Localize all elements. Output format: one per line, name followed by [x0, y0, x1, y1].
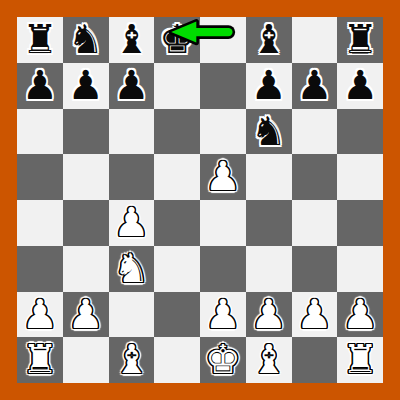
white-pawn: ♟: [68, 292, 104, 338]
square-h3[interactable]: [337, 246, 383, 292]
white-pawn: ♟: [205, 292, 241, 338]
white-pawn: ♟: [22, 292, 58, 338]
square-d6[interactable]: [154, 109, 200, 155]
square-c4[interactable]: ♟: [109, 200, 155, 246]
square-d1[interactable]: [154, 337, 200, 383]
square-b1[interactable]: [63, 337, 109, 383]
square-e2[interactable]: ♟: [200, 292, 246, 338]
white-rook: ♜: [342, 337, 378, 383]
square-g7[interactable]: ♟: [292, 63, 338, 109]
square-e5[interactable]: ♟: [200, 154, 246, 200]
square-a2[interactable]: ♟: [17, 292, 63, 338]
white-pawn: ♟: [342, 292, 378, 338]
square-f7[interactable]: ♟: [246, 63, 292, 109]
square-h1[interactable]: ♜: [337, 337, 383, 383]
square-c7[interactable]: ♟: [109, 63, 155, 109]
square-a5[interactable]: [17, 154, 63, 200]
square-f2[interactable]: ♟: [246, 292, 292, 338]
square-g3[interactable]: [292, 246, 338, 292]
white-pawn: ♟: [205, 154, 241, 200]
black-pawn: ♟: [251, 63, 287, 109]
square-d8[interactable]: ♚: [154, 17, 200, 63]
black-knight: ♞: [68, 17, 104, 63]
square-h7[interactable]: ♟: [337, 63, 383, 109]
square-f4[interactable]: [246, 200, 292, 246]
white-pawn: ♟: [251, 292, 287, 338]
black-pawn: ♟: [113, 63, 149, 109]
black-pawn: ♟: [296, 63, 332, 109]
square-d5[interactable]: [154, 154, 200, 200]
square-c3[interactable]: ♞: [109, 246, 155, 292]
square-g6[interactable]: [292, 109, 338, 155]
square-b3[interactable]: [63, 246, 109, 292]
square-d7[interactable]: [154, 63, 200, 109]
square-a1[interactable]: ♜: [17, 337, 63, 383]
square-c8[interactable]: ♝: [109, 17, 155, 63]
black-bishop: ♝: [251, 17, 287, 63]
square-b6[interactable]: [63, 109, 109, 155]
square-d3[interactable]: [154, 246, 200, 292]
square-a6[interactable]: [17, 109, 63, 155]
square-b5[interactable]: [63, 154, 109, 200]
square-g1[interactable]: [292, 337, 338, 383]
square-g5[interactable]: [292, 154, 338, 200]
square-b4[interactable]: [63, 200, 109, 246]
white-pawn: ♟: [296, 292, 332, 338]
square-h2[interactable]: ♟: [337, 292, 383, 338]
black-rook: ♜: [342, 17, 378, 63]
black-pawn: ♟: [22, 63, 58, 109]
square-c1[interactable]: ♝: [109, 337, 155, 383]
square-a8[interactable]: ♜: [17, 17, 63, 63]
square-a7[interactable]: ♟: [17, 63, 63, 109]
square-f1[interactable]: ♝: [246, 337, 292, 383]
square-e7[interactable]: [200, 63, 246, 109]
white-king: ♚: [205, 337, 241, 383]
square-g4[interactable]: [292, 200, 338, 246]
black-knight: ♞: [251, 109, 287, 155]
black-bishop: ♝: [113, 17, 149, 63]
square-d4[interactable]: [154, 200, 200, 246]
square-b7[interactable]: ♟: [63, 63, 109, 109]
square-g8[interactable]: [292, 17, 338, 63]
square-c6[interactable]: [109, 109, 155, 155]
square-e1[interactable]: ♚: [200, 337, 246, 383]
black-pawn: ♟: [68, 63, 104, 109]
chess-board: ♜♞♝♚♝♜♟♟♟♟♟♟♞♟♟♞♟♟♟♟♟♟♜♝♚♝♜: [17, 17, 383, 383]
square-b2[interactable]: ♟: [63, 292, 109, 338]
square-h8[interactable]: ♜: [337, 17, 383, 63]
white-bishop: ♝: [251, 337, 287, 383]
square-a4[interactable]: [17, 200, 63, 246]
black-pawn: ♟: [342, 63, 378, 109]
white-pawn: ♟: [113, 200, 149, 246]
black-king: ♚: [159, 17, 195, 63]
square-e3[interactable]: [200, 246, 246, 292]
square-e4[interactable]: [200, 200, 246, 246]
white-bishop: ♝: [113, 337, 149, 383]
square-c2[interactable]: [109, 292, 155, 338]
square-d2[interactable]: [154, 292, 200, 338]
white-knight: ♞: [113, 246, 149, 292]
square-h6[interactable]: [337, 109, 383, 155]
square-f3[interactable]: [246, 246, 292, 292]
square-f5[interactable]: [246, 154, 292, 200]
square-b8[interactable]: ♞: [63, 17, 109, 63]
square-g2[interactable]: ♟: [292, 292, 338, 338]
square-e8[interactable]: [200, 17, 246, 63]
square-f8[interactable]: ♝: [246, 17, 292, 63]
square-f6[interactable]: ♞: [246, 109, 292, 155]
black-rook: ♜: [22, 17, 58, 63]
square-h4[interactable]: [337, 200, 383, 246]
square-a3[interactable]: [17, 246, 63, 292]
board-frame: ♜♞♝♚♝♜♟♟♟♟♟♟♞♟♟♞♟♟♟♟♟♟♜♝♚♝♜: [0, 0, 400, 400]
square-e6[interactable]: [200, 109, 246, 155]
square-h5[interactable]: [337, 154, 383, 200]
white-rook: ♜: [22, 337, 58, 383]
square-c5[interactable]: [109, 154, 155, 200]
